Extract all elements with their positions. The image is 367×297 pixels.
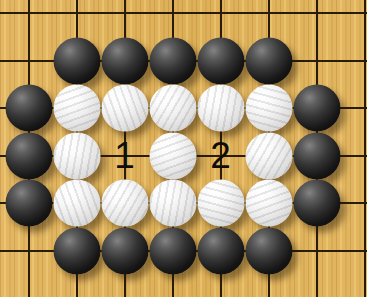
black-stone[interactable] [197, 227, 244, 274]
white-stone[interactable] [53, 180, 100, 227]
black-stone[interactable] [293, 180, 340, 227]
white-stone[interactable] [245, 132, 292, 179]
black-stone[interactable] [197, 37, 244, 84]
go-diagram: 12 [0, 0, 367, 297]
white-stone[interactable] [53, 132, 100, 179]
white-stone[interactable] [101, 85, 148, 132]
eye-label-1: 1 [114, 136, 135, 173]
white-stone[interactable] [245, 180, 292, 227]
black-stone[interactable] [149, 227, 196, 274]
black-stone[interactable] [293, 85, 340, 132]
eye-label-2: 2 [210, 136, 231, 173]
white-stone[interactable] [245, 85, 292, 132]
black-stone[interactable] [101, 37, 148, 84]
black-stone[interactable] [5, 180, 52, 227]
black-stone[interactable] [53, 37, 100, 84]
black-stone[interactable] [245, 37, 292, 84]
white-stone[interactable] [149, 132, 196, 179]
black-stone[interactable] [101, 227, 148, 274]
black-stone[interactable] [149, 37, 196, 84]
white-stone[interactable] [197, 85, 244, 132]
grid-line-horizontal [0, 12, 367, 14]
white-stone[interactable] [197, 180, 244, 227]
black-stone[interactable] [5, 132, 52, 179]
grid-line-vertical [364, 0, 366, 297]
white-stone[interactable] [101, 180, 148, 227]
white-stone[interactable] [149, 85, 196, 132]
go-board[interactable]: 12 [0, 0, 367, 297]
black-stone[interactable] [293, 132, 340, 179]
black-stone[interactable] [5, 85, 52, 132]
black-stone[interactable] [53, 227, 100, 274]
white-stone[interactable] [149, 180, 196, 227]
black-stone[interactable] [245, 227, 292, 274]
white-stone[interactable] [53, 85, 100, 132]
